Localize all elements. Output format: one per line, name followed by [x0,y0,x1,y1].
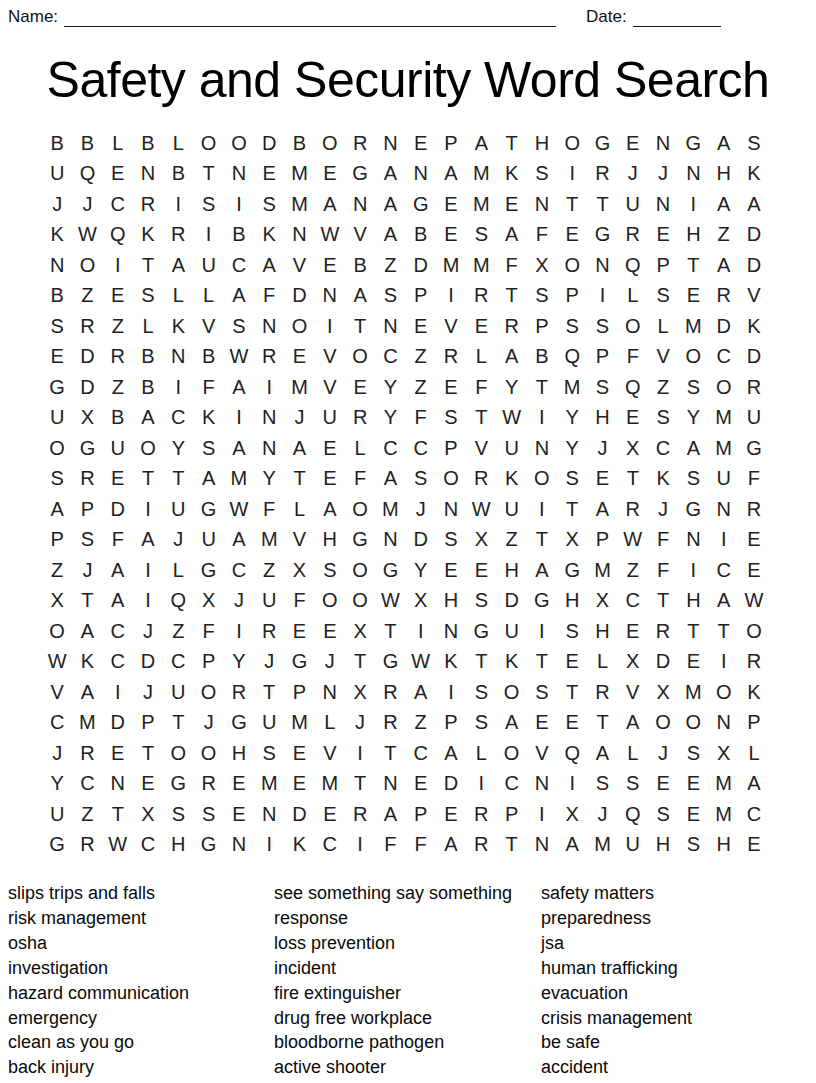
grid-cell: E [406,769,436,800]
grid-cell: N [527,769,557,800]
grid-cell: R [72,311,102,342]
grid-cell: Z [618,555,648,586]
grid-cell: R [103,342,133,373]
grid-cell: F [648,555,678,586]
grid-cell: U [42,403,72,434]
grid-cell: I [527,799,557,830]
grid-cell: R [587,677,617,708]
grid-cell: E [557,220,587,251]
grid-cell: T [527,372,557,403]
grid-cell: E [618,403,648,434]
grid-cell: N [648,189,678,220]
grid-cell: O [72,250,102,281]
grid-cell: Z [254,555,284,586]
word-item: see something say something [274,881,541,906]
grid-cell: J [224,586,254,617]
word-list-column-3: safety matterspreparednessjsahuman traff… [541,881,808,1080]
grid-cell: E [224,769,254,800]
grid-cell: T [557,189,587,220]
grid-cell: E [315,464,345,495]
grid-cell: C [709,555,739,586]
grid-cell: T [133,738,163,769]
grid-cell: F [496,250,526,281]
grid-cell: K [193,403,223,434]
grid-cell: E [103,738,133,769]
grid-cell: O [345,555,375,586]
grid-cell: G [193,494,223,525]
grid-cell: O [345,494,375,525]
grid-cell: E [739,525,769,556]
grid-cell: X [42,586,72,617]
grid-cell: U [618,189,648,220]
grid-cell: N [284,220,314,251]
grid-cell: A [678,433,708,464]
date-blank-line[interactable] [633,7,721,27]
grid-cell: X [72,403,102,434]
grid-cell: W [739,586,769,617]
grid-cell: S [527,159,557,190]
grid-cell: T [618,464,648,495]
grid-cell: G [345,159,375,190]
word-item: slips trips and falls [8,881,274,906]
grid-cell: J [72,555,102,586]
grid-cell: T [133,464,163,495]
grid-cell: S [436,403,466,434]
grid-cell: T [375,738,405,769]
grid-cell: I [133,555,163,586]
grid-cell: A [587,738,617,769]
grid-cell: X [618,647,648,678]
grid-cell: A [375,220,405,251]
grid-cell: A [103,555,133,586]
grid-cell: T [527,525,557,556]
grid-cell: B [527,342,557,373]
grid-cell: B [42,281,72,312]
grid-cell: O [163,738,193,769]
grid-cell: B [345,250,375,281]
grid-cell: V [527,738,557,769]
grid-cell: I [224,616,254,647]
grid-cell: H [587,403,617,434]
grid-cell: O [527,464,557,495]
grid-cell: Z [496,525,526,556]
grid-cell: V [284,250,314,281]
grid-cell: D [709,311,739,342]
word-item: bloodborne pathogen [274,1030,541,1055]
grid-cell: A [436,159,466,190]
grid-cell: T [163,708,193,739]
page-title: Safety and Security Word Search [0,51,816,109]
grid-cell: K [739,159,769,190]
grid-cell: A [709,128,739,159]
word-item: preparedness [541,906,808,931]
grid-cell: R [466,830,496,861]
grid-cell: E [315,799,345,830]
grid-cell: C [709,342,739,373]
grid-cell: A [436,830,466,861]
grid-cell: P [587,342,617,373]
grid-cell: S [254,189,284,220]
grid-cell: Q [618,250,648,281]
grid-cell: B [103,403,133,434]
grid-cell: Z [375,250,405,281]
grid-cell: P [436,128,466,159]
grid-cell: N [375,128,405,159]
grid-cell: D [406,525,436,556]
grid-cell: K [133,220,163,251]
grid-cell: C [406,738,436,769]
grid-cell: M [315,769,345,800]
grid-cell: N [254,433,284,464]
grid-cell: V [315,342,345,373]
grid-cell: P [648,250,678,281]
grid-cell: S [557,464,587,495]
grid-cell: U [163,494,193,525]
grid-cell: Q [163,586,193,617]
grid-cell: S [466,708,496,739]
grid-cell: Y [375,403,405,434]
grid-cell: U [315,403,345,434]
grid-cell: E [678,769,708,800]
grid-cell: T [527,647,557,678]
grid-cell: T [163,464,193,495]
grid-cell: G [284,647,314,678]
grid-cell: N [375,769,405,800]
grid-cell: I [436,677,466,708]
grid-cell: S [436,525,466,556]
grid-cell: G [42,830,72,861]
grid-cell: R [345,799,375,830]
grid-cell: B [163,159,193,190]
grid-cell: E [587,464,617,495]
grid-cell: T [496,281,526,312]
grid-cell: H [436,586,466,617]
grid-cell: S [224,311,254,342]
grid-cell: K [496,159,526,190]
grid-cell: N [436,494,466,525]
grid-cell: C [315,830,345,861]
grid-cell: X [557,799,587,830]
grid-cell: X [527,250,557,281]
grid-cell: S [618,769,648,800]
grid-cell: J [587,799,617,830]
grid-cell: E [103,159,133,190]
grid-cell: M [678,311,708,342]
date-label: Date: [586,7,633,27]
grid-cell: S [739,128,769,159]
grid-cell: O [648,708,678,739]
grid-cell: Q [618,372,648,403]
grid-cell: S [42,311,72,342]
grid-cell: T [557,677,587,708]
grid-cell: O [42,433,72,464]
grid-cell: O [315,128,345,159]
grid-cell: A [587,494,617,525]
grid-cell: L [345,433,375,464]
grid-cell: N [254,403,284,434]
grid-cell: D [739,342,769,373]
grid-cell: L [163,555,193,586]
grid-cell: K [739,311,769,342]
grid-cell: C [103,616,133,647]
grid-cell: P [406,281,436,312]
grid-cell: X [709,738,739,769]
grid-cell: I [133,586,163,617]
grid-cell: Z [72,799,102,830]
grid-cell: H [678,586,708,617]
grid-cell: S [406,464,436,495]
grid-cell: R [193,769,223,800]
grid-cell: N [42,250,72,281]
grid-cell: O [345,342,375,373]
grid-cell: N [224,159,254,190]
grid-cell: F [193,616,223,647]
grid-cell: Q [557,342,587,373]
grid-cell: R [587,159,617,190]
grid-cell: S [557,311,587,342]
grid-cell: E [254,159,284,190]
grid-cell: J [133,616,163,647]
grid-cell: E [678,281,708,312]
grid-cell: N [587,250,617,281]
grid-cell: L [739,738,769,769]
grid-cell: N [709,494,739,525]
grid-cell: D [496,586,526,617]
word-item: risk management [8,906,274,931]
grid-cell: V [284,525,314,556]
grid-cell: J [42,189,72,220]
word-item: osha [8,931,274,956]
grid-cell: N [254,799,284,830]
grid-cell: L [618,281,648,312]
grid-cell: A [527,555,557,586]
grid-cell: L [466,342,496,373]
grid-cell: T [72,586,102,617]
grid-cell: J [72,189,102,220]
grid-cell: P [739,708,769,739]
grid-cell: A [315,189,345,220]
grid-cell: U [739,403,769,434]
name-blank-line[interactable] [64,7,556,27]
grid-cell: S [315,555,345,586]
grid-cell: N [103,769,133,800]
grid-cell: S [72,525,102,556]
grid-cell: W [42,647,72,678]
grid-cell: S [678,464,708,495]
grid-cell: E [466,555,496,586]
grid-cell: F [193,372,223,403]
grid-cell: T [648,586,678,617]
grid-cell: A [163,250,193,281]
grid-cell: F [103,525,133,556]
grid-cell: I [224,189,254,220]
grid-cell: A [557,830,587,861]
grid-cell: E [436,555,466,586]
word-item: crisis management [541,1006,808,1031]
grid-cell: E [648,769,678,800]
grid-cell: H [557,586,587,617]
grid-cell: A [254,250,284,281]
grid-cell: T [557,494,587,525]
grid-cell: M [587,555,617,586]
grid-cell: L [284,494,314,525]
grid-cell: E [42,342,72,373]
grid-cell: R [618,494,648,525]
grid-cell: C [133,830,163,861]
grid-cell: S [648,403,678,434]
grid-cell: M [678,677,708,708]
grid-cell: W [375,586,405,617]
grid-cell: I [466,769,496,800]
grid-cell: M [466,159,496,190]
grid-cell: M [284,372,314,403]
grid-cell: A [375,159,405,190]
grid-cell: N [375,311,405,342]
grid-cell: O [496,677,526,708]
grid-cell: M [72,708,102,739]
grid-cell: F [284,586,314,617]
grid-cell: R [739,647,769,678]
grid-cell: Y [42,769,72,800]
grid-cell: M [284,159,314,190]
grid-cell: C [406,433,436,464]
grid-cell: M [709,769,739,800]
grid-cell: A [284,433,314,464]
grid-cell: B [133,342,163,373]
grid-cell: U [496,433,526,464]
grid-cell: X [618,433,648,464]
grid-cell: S [648,281,678,312]
grid-cell: N [527,433,557,464]
grid-cell: Y [496,372,526,403]
grid-cell: A [709,586,739,617]
grid-cell: S [678,830,708,861]
grid-cell: J [193,708,223,739]
grid-cell: A [72,677,102,708]
grid-cell: K [254,220,284,251]
grid-cell: G [587,220,617,251]
grid-cell: S [466,586,496,617]
grid-cell: F [254,494,284,525]
grid-cell: S [254,738,284,769]
grid-cell: V [42,677,72,708]
grid-cell: E [466,311,496,342]
grid-cell: W [618,525,648,556]
grid-cell: N [375,525,405,556]
grid-cell: Y [224,647,254,678]
grid-cell: D [436,769,466,800]
grid-cell: E [406,128,436,159]
grid-cell: Z [406,708,436,739]
grid-cell: M [436,250,466,281]
grid-cell: T [709,616,739,647]
grid-cell: Z [103,311,133,342]
grid-cell: I [103,250,133,281]
word-item: back injury [8,1055,274,1080]
grid-cell: E [436,220,466,251]
grid-cell: Q [72,159,102,190]
grid-cell: R [466,799,496,830]
grid-cell: P [284,677,314,708]
grid-cell: V [466,433,496,464]
grid-cell: P [496,799,526,830]
grid-cell: L [193,281,223,312]
grid-cell: P [436,708,466,739]
grid-cell: J [648,738,678,769]
grid-cell: E [224,799,254,830]
grid-cell: C [103,189,133,220]
grid-cell: T [466,647,496,678]
grid-cell: G [375,647,405,678]
grid-cell: A [709,250,739,281]
grid-cell: E [618,616,648,647]
grid-cell: T [587,189,617,220]
grid-cell: S [678,738,708,769]
grid-cell: F [739,464,769,495]
grid-cell: G [345,525,375,556]
grid-cell: G [678,494,708,525]
grid-cell: A [224,525,254,556]
grid-cell: A [133,525,163,556]
grid-cell: G [587,128,617,159]
grid-cell: R [133,189,163,220]
grid-cell: U [496,494,526,525]
grid-cell: M [375,494,405,525]
grid-cell: E [648,220,678,251]
grid-cell: Z [163,616,193,647]
grid-cell: A [193,464,223,495]
grid-cell: T [375,616,405,647]
grid-cell: A [315,494,345,525]
grid-cell: O [193,677,223,708]
grid-cell: I [315,311,345,342]
grid-cell: D [72,342,102,373]
grid-cell: R [375,677,405,708]
grid-cell: T [345,647,375,678]
grid-cell: I [224,403,254,434]
grid-cell: M [466,189,496,220]
grid-cell: W [224,342,254,373]
grid-cell: E [315,433,345,464]
grid-cell: G [72,433,102,464]
grid-cell: Z [72,281,102,312]
grid-cell: K [163,311,193,342]
grid-cell: R [254,616,284,647]
grid-cell: U [193,525,223,556]
grid-cell: E [345,372,375,403]
worksheet-page: Name: Date: Safety and Security Word Sea… [0,0,816,1080]
grid-cell: K [496,647,526,678]
grid-cell: B [72,128,102,159]
grid-cell: M [254,769,284,800]
grid-cell: J [648,159,678,190]
grid-cell: N [345,189,375,220]
grid-cell: R [466,464,496,495]
grid-cell: N [678,525,708,556]
grid-cell: J [284,403,314,434]
grid-cell: R [345,128,375,159]
grid-cell: J [406,494,436,525]
grid-cell: O [193,128,223,159]
grid-cell: J [345,708,375,739]
grid-cell: L [163,128,193,159]
word-item: hazard communication [8,981,274,1006]
grid-cell: Y [557,403,587,434]
grid-cell: J [254,647,284,678]
grid-cell: N [406,159,436,190]
grid-cell: H [496,555,526,586]
grid-cell: G [193,830,223,861]
